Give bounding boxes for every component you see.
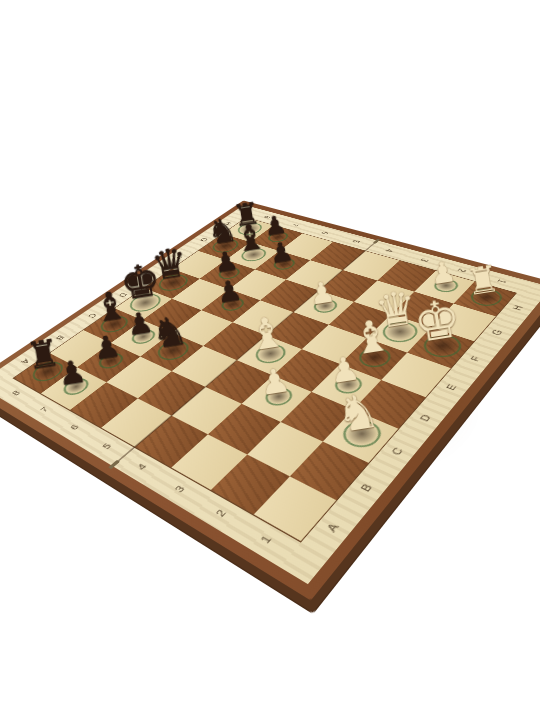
chess-board: AA11BB22CC33DD44EE55FF66GG77HH88♜♝♚♛♞♜♟♟…	[0, 200, 540, 600]
product-photo: AA11BB22CC33DD44EE55FF66GG77HH88♜♝♚♛♞♜♟♟…	[0, 0, 540, 720]
